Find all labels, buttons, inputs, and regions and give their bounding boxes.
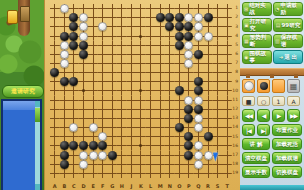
board-cell[interactable] xyxy=(136,50,146,59)
board-cell[interactable] xyxy=(222,50,232,59)
board-cell[interactable] xyxy=(222,169,232,178)
board-cell[interactable] xyxy=(194,68,204,77)
board-cell[interactable] xyxy=(50,22,60,31)
board-cell[interactable] xyxy=(69,151,79,160)
board-cell[interactable] xyxy=(136,123,146,132)
board-cell[interactable] xyxy=(175,4,185,13)
board-cell[interactable] xyxy=(194,22,204,31)
board-cell[interactable] xyxy=(117,22,127,31)
board-tool[interactable]: ▦ xyxy=(287,79,300,93)
board-cell[interactable] xyxy=(107,68,117,77)
board-cell[interactable] xyxy=(155,13,165,22)
board-cell[interactable] xyxy=(79,169,89,178)
board-cell[interactable] xyxy=(222,114,232,123)
board-cell[interactable] xyxy=(98,77,108,86)
board-cell[interactable] xyxy=(213,169,223,178)
exit-button[interactable]: ➜退 出 xyxy=(273,50,303,64)
board-cell[interactable] xyxy=(175,77,185,86)
board-cell[interactable] xyxy=(117,96,127,105)
board-cell[interactable] xyxy=(175,50,185,59)
board-cell[interactable] xyxy=(213,114,223,123)
board-cell[interactable] xyxy=(88,41,98,50)
board-cell[interactable] xyxy=(98,160,108,169)
board-cell[interactable] xyxy=(146,41,156,50)
board-cell[interactable] xyxy=(60,22,70,31)
board-cell[interactable] xyxy=(203,50,213,59)
board-cell[interactable] xyxy=(222,68,232,77)
board-cell[interactable] xyxy=(107,132,117,141)
board-cell[interactable] xyxy=(165,31,175,40)
board-cell[interactable] xyxy=(107,77,117,86)
board-cell[interactable] xyxy=(146,160,156,169)
board-cell[interactable] xyxy=(175,151,185,160)
board-cell[interactable] xyxy=(69,86,79,95)
board-cell[interactable] xyxy=(79,132,89,141)
board-cell[interactable] xyxy=(117,41,127,50)
board-cell[interactable] xyxy=(213,141,223,150)
board-cell[interactable] xyxy=(175,114,185,123)
board-cell[interactable] xyxy=(184,86,194,95)
board-cell[interactable] xyxy=(136,77,146,86)
board-cell[interactable] xyxy=(155,77,165,86)
board-cell[interactable] xyxy=(117,114,127,123)
board-cell[interactable] xyxy=(194,59,204,68)
board-cell[interactable] xyxy=(194,114,204,123)
board-cell[interactable] xyxy=(107,151,117,160)
board-cell[interactable] xyxy=(79,68,89,77)
board-cell[interactable] xyxy=(203,13,213,22)
board-cell[interactable] xyxy=(146,169,156,178)
board-cell[interactable] xyxy=(127,13,137,22)
board-cell[interactable] xyxy=(88,31,98,40)
board-cell[interactable] xyxy=(127,31,137,40)
board-cell[interactable] xyxy=(88,114,98,123)
board-cell[interactable] xyxy=(60,151,70,160)
assign-homework-button[interactable]: 布置作业 xyxy=(272,124,302,136)
board-cell[interactable] xyxy=(184,169,194,178)
load-problems-button[interactable]: 加载死活 xyxy=(272,138,302,150)
board-cell[interactable] xyxy=(213,86,223,95)
menu-button[interactable]: ◔申请鼓励 xyxy=(273,2,303,16)
board-cell[interactable] xyxy=(165,141,175,150)
board-cell[interactable] xyxy=(194,4,204,13)
board-cell[interactable] xyxy=(117,132,127,141)
place-black-stone-tool[interactable] xyxy=(257,79,270,93)
board-cell[interactable] xyxy=(117,4,127,13)
marker-button[interactable]: A xyxy=(287,96,300,106)
board-cell[interactable] xyxy=(203,141,213,150)
board-cell[interactable] xyxy=(79,114,89,123)
board-cell[interactable] xyxy=(79,13,89,22)
board-cell[interactable] xyxy=(184,22,194,31)
board-cell[interactable] xyxy=(88,77,98,86)
board-cell[interactable] xyxy=(50,4,60,13)
board-cell[interactable] xyxy=(213,68,223,77)
nav-button[interactable]: ▶ xyxy=(272,109,285,122)
board-cell[interactable] xyxy=(155,50,165,59)
board-cell[interactable] xyxy=(69,77,79,86)
board-cell[interactable] xyxy=(127,50,137,59)
board-cell[interactable] xyxy=(175,160,185,169)
board-cell[interactable] xyxy=(50,114,60,123)
board-cell[interactable] xyxy=(213,13,223,22)
board-cell[interactable] xyxy=(50,169,60,178)
board-cell[interactable] xyxy=(50,123,60,132)
board-cell[interactable] xyxy=(146,59,156,68)
board-cell[interactable] xyxy=(165,41,175,50)
board-cell[interactable] xyxy=(165,105,175,114)
board-cell[interactable] xyxy=(194,123,204,132)
board-cell[interactable] xyxy=(117,50,127,59)
board-cell[interactable] xyxy=(60,50,70,59)
board-cell[interactable] xyxy=(69,96,79,105)
board-cell[interactable] xyxy=(107,123,117,132)
board-cell[interactable] xyxy=(184,141,194,150)
board-cell[interactable] xyxy=(88,59,98,68)
board-cell[interactable] xyxy=(155,96,165,105)
board-cell[interactable] xyxy=(107,4,117,13)
board-cell[interactable] xyxy=(175,105,185,114)
board-cell[interactable] xyxy=(203,68,213,77)
board-cell[interactable] xyxy=(79,96,89,105)
board-cell[interactable] xyxy=(98,105,108,114)
board-cell[interactable] xyxy=(194,77,204,86)
board-cell[interactable] xyxy=(194,160,204,169)
board-cell[interactable] xyxy=(146,50,156,59)
board-cell[interactable] xyxy=(146,77,156,86)
board-cell[interactable] xyxy=(213,22,223,31)
board-cell[interactable] xyxy=(79,31,89,40)
board-cell[interactable] xyxy=(155,132,165,141)
board-cell[interactable] xyxy=(79,151,89,160)
board-cell[interactable] xyxy=(98,50,108,59)
board-cell[interactable] xyxy=(146,13,156,22)
board-cell[interactable] xyxy=(203,151,213,160)
board-cell[interactable] xyxy=(175,141,185,150)
board-cell[interactable] xyxy=(50,86,60,95)
board-cell[interactable] xyxy=(107,50,117,59)
invite-research-button[interactable]: 邀请研究 xyxy=(2,85,44,98)
board-cell[interactable] xyxy=(98,114,108,123)
board-cell[interactable] xyxy=(136,68,146,77)
board-cell[interactable] xyxy=(175,31,185,40)
board-cell[interactable] xyxy=(222,86,232,95)
board-cell[interactable] xyxy=(213,96,223,105)
board-cell[interactable] xyxy=(107,59,117,68)
board-cell[interactable] xyxy=(98,132,108,141)
board-cell[interactable] xyxy=(155,41,165,50)
board-cell[interactable] xyxy=(184,96,194,105)
board-cell[interactable] xyxy=(213,50,223,59)
clear-board-button[interactable]: 清空棋盘 xyxy=(242,152,270,164)
board-cell[interactable] xyxy=(107,41,117,50)
board-cell[interactable] xyxy=(175,96,185,105)
board-cell[interactable] xyxy=(222,96,232,105)
board-cell[interactable] xyxy=(165,22,175,31)
board-cell[interactable] xyxy=(60,123,70,132)
board-cell[interactable] xyxy=(203,96,213,105)
board-cell[interactable] xyxy=(175,41,185,50)
board-cell[interactable] xyxy=(88,105,98,114)
board-cell[interactable] xyxy=(165,4,175,13)
board-cell[interactable] xyxy=(98,22,108,31)
board-cell[interactable] xyxy=(69,132,79,141)
board-cell[interactable] xyxy=(127,151,137,160)
board-cell[interactable] xyxy=(127,96,137,105)
board-cell[interactable] xyxy=(69,59,79,68)
marker-button[interactable]: ■ xyxy=(242,96,255,106)
board-cell[interactable] xyxy=(222,41,232,50)
board-cell[interactable] xyxy=(222,132,232,141)
board-cell[interactable] xyxy=(79,41,89,50)
board-cell[interactable] xyxy=(136,160,146,169)
board-cell[interactable] xyxy=(194,105,204,114)
board-cell[interactable] xyxy=(69,160,79,169)
board-cell[interactable] xyxy=(136,41,146,50)
board-cell[interactable] xyxy=(88,13,98,22)
board-cell[interactable] xyxy=(136,59,146,68)
board-cell[interactable] xyxy=(194,13,204,22)
board-cell[interactable] xyxy=(117,31,127,40)
board-cell[interactable] xyxy=(79,105,89,114)
board-cell[interactable] xyxy=(155,4,165,13)
board-cell[interactable] xyxy=(146,132,156,141)
nav-button[interactable]: |◀ xyxy=(242,124,255,136)
board-cell[interactable] xyxy=(146,114,156,123)
board-cell[interactable] xyxy=(136,86,146,95)
board-cell[interactable] xyxy=(98,86,108,95)
board-cell[interactable] xyxy=(88,68,98,77)
board-cell[interactable] xyxy=(203,160,213,169)
board-cell[interactable] xyxy=(127,59,137,68)
board-cell[interactable] xyxy=(60,31,70,40)
board-cell[interactable] xyxy=(127,114,137,123)
board-cell[interactable] xyxy=(203,31,213,40)
chat-scrollbar[interactable] xyxy=(35,101,40,190)
board-cell[interactable] xyxy=(79,22,89,31)
board-cell[interactable] xyxy=(184,123,194,132)
board-cell[interactable] xyxy=(107,86,117,95)
board-cell[interactable] xyxy=(222,151,232,160)
board-cell[interactable] xyxy=(203,169,213,178)
board-cell[interactable] xyxy=(165,160,175,169)
board-cell[interactable] xyxy=(175,22,185,31)
board-cell[interactable] xyxy=(175,13,185,22)
board-cell[interactable] xyxy=(117,13,127,22)
board-cell[interactable] xyxy=(146,141,156,150)
board-cell[interactable] xyxy=(60,41,70,50)
board-cell[interactable] xyxy=(175,132,185,141)
board-cell[interactable] xyxy=(165,50,175,59)
board-cell[interactable] xyxy=(88,123,98,132)
board-cell[interactable] xyxy=(127,77,137,86)
board-cell[interactable] xyxy=(175,123,185,132)
board-cell[interactable] xyxy=(136,13,146,22)
board-cell[interactable] xyxy=(155,141,165,150)
board-cell[interactable] xyxy=(127,4,137,13)
board-cell[interactable] xyxy=(60,96,70,105)
board-cell[interactable] xyxy=(98,13,108,22)
board-cell[interactable] xyxy=(69,50,79,59)
board-cell[interactable] xyxy=(79,123,89,132)
board-cell[interactable] xyxy=(136,105,146,114)
board-cell[interactable] xyxy=(136,114,146,123)
board-cell[interactable] xyxy=(79,77,89,86)
board-cell[interactable] xyxy=(50,141,60,150)
board-cell[interactable] xyxy=(98,169,108,178)
board-cell[interactable] xyxy=(136,4,146,13)
board-cell[interactable] xyxy=(117,86,127,95)
board-cell[interactable] xyxy=(127,86,137,95)
menu-button[interactable]: ▤99研究 xyxy=(273,18,303,32)
menu-button[interactable]: ▣打开研究 xyxy=(242,18,272,32)
board-cell[interactable] xyxy=(213,105,223,114)
board-cell[interactable] xyxy=(98,4,108,13)
board-cell[interactable] xyxy=(184,59,194,68)
board-cell[interactable] xyxy=(165,169,175,178)
board-cell[interactable] xyxy=(88,151,98,160)
board-cell[interactable] xyxy=(60,68,70,77)
board-cell[interactable] xyxy=(175,86,185,95)
board-cell[interactable] xyxy=(155,169,165,178)
board-cell[interactable] xyxy=(79,50,89,59)
board-cell[interactable] xyxy=(155,114,165,123)
board-cell[interactable] xyxy=(60,59,70,68)
board-cell[interactable] xyxy=(203,41,213,50)
board-cell[interactable] xyxy=(117,123,127,132)
board-cell[interactable] xyxy=(184,50,194,59)
board-cell[interactable] xyxy=(107,31,117,40)
menu-button[interactable]: ◉围棋故事 xyxy=(242,50,272,64)
board-cell[interactable] xyxy=(60,160,70,169)
board-cell[interactable] xyxy=(222,105,232,114)
menu-button[interactable]: ▦形势判断 xyxy=(242,34,272,48)
board-cell[interactable] xyxy=(98,68,108,77)
board-cell[interactable] xyxy=(222,123,232,132)
board-cell[interactable] xyxy=(98,151,108,160)
board-cell[interactable] xyxy=(117,151,127,160)
board-cell[interactable] xyxy=(194,141,204,150)
board-cell[interactable] xyxy=(127,169,137,178)
board-cell[interactable] xyxy=(50,105,60,114)
board-cell[interactable] xyxy=(60,86,70,95)
board-cell[interactable] xyxy=(127,68,137,77)
board-cell[interactable] xyxy=(146,4,156,13)
board-cell[interactable] xyxy=(117,105,127,114)
board-cell[interactable] xyxy=(146,22,156,31)
board-cell[interactable] xyxy=(155,86,165,95)
board-cell[interactable] xyxy=(98,96,108,105)
board-cell[interactable] xyxy=(184,31,194,40)
board-cell[interactable] xyxy=(184,13,194,22)
board-cell[interactable] xyxy=(146,96,156,105)
board-cell[interactable] xyxy=(107,114,117,123)
board-cell[interactable] xyxy=(136,132,146,141)
board-cell[interactable] xyxy=(98,41,108,50)
board-cell[interactable] xyxy=(69,13,79,22)
board-cell[interactable] xyxy=(146,86,156,95)
board-cell[interactable] xyxy=(98,123,108,132)
board-cell[interactable] xyxy=(213,132,223,141)
board-cell[interactable] xyxy=(184,77,194,86)
board-cell[interactable] xyxy=(88,50,98,59)
board-cell[interactable] xyxy=(88,4,98,13)
board-cell[interactable] xyxy=(165,13,175,22)
board-cell[interactable] xyxy=(222,13,232,22)
lecture-button[interactable]: 讲 解 xyxy=(242,138,270,150)
board-cell[interactable] xyxy=(213,4,223,13)
board-cell[interactable] xyxy=(222,4,232,13)
marker-button[interactable]: ○ xyxy=(257,96,270,106)
board-cell[interactable] xyxy=(60,77,70,86)
board-cell[interactable] xyxy=(69,105,79,114)
switch-board-button[interactable]: 切换棋盘 xyxy=(272,166,302,178)
board-cell[interactable] xyxy=(88,86,98,95)
board-cell[interactable] xyxy=(98,141,108,150)
board-cell[interactable] xyxy=(155,68,165,77)
board-cell[interactable] xyxy=(107,96,117,105)
board-cell[interactable] xyxy=(60,4,70,13)
board-cell[interactable] xyxy=(117,77,127,86)
board-cell[interactable] xyxy=(50,96,60,105)
board-cell[interactable] xyxy=(127,105,137,114)
board-cell[interactable] xyxy=(194,169,204,178)
board-cell[interactable] xyxy=(88,141,98,150)
load-record-button[interactable]: 加载棋谱 xyxy=(272,152,302,164)
board-cell[interactable] xyxy=(127,41,137,50)
board-cell[interactable] xyxy=(203,132,213,141)
board-cell[interactable] xyxy=(222,77,232,86)
board-cell[interactable] xyxy=(194,41,204,50)
board-cell[interactable] xyxy=(79,59,89,68)
board-cell[interactable] xyxy=(184,4,194,13)
board-cell[interactable] xyxy=(155,59,165,68)
board-cell[interactable] xyxy=(117,169,127,178)
board-cell[interactable] xyxy=(117,59,127,68)
board-cell[interactable] xyxy=(136,22,146,31)
board-cell[interactable] xyxy=(194,151,204,160)
board-cell[interactable] xyxy=(213,59,223,68)
board-cell[interactable] xyxy=(50,41,60,50)
board-cell[interactable] xyxy=(88,160,98,169)
board-cell[interactable] xyxy=(127,141,137,150)
board-cell[interactable] xyxy=(222,31,232,40)
erase-tool[interactable] xyxy=(272,79,285,93)
board-cell[interactable] xyxy=(60,132,70,141)
board-cell[interactable] xyxy=(107,141,117,150)
board-cell[interactable] xyxy=(79,86,89,95)
board-cell[interactable] xyxy=(88,169,98,178)
board-cell[interactable] xyxy=(155,105,165,114)
board-cell[interactable] xyxy=(146,105,156,114)
board-cell[interactable] xyxy=(184,151,194,160)
board-cell[interactable] xyxy=(60,105,70,114)
board-cell[interactable] xyxy=(88,22,98,31)
board-cell[interactable] xyxy=(165,68,175,77)
scrollbar-thumb[interactable] xyxy=(35,108,40,122)
nav-button[interactable]: ◀◀ xyxy=(242,109,255,122)
board-cell[interactable] xyxy=(165,123,175,132)
board-cell[interactable] xyxy=(117,68,127,77)
board-cell[interactable] xyxy=(88,132,98,141)
board-cell[interactable] xyxy=(69,31,79,40)
board-cell[interactable] xyxy=(88,96,98,105)
board-cell[interactable] xyxy=(136,96,146,105)
board-cell[interactable] xyxy=(155,22,165,31)
board-cell[interactable] xyxy=(184,114,194,123)
board-cell[interactable] xyxy=(69,41,79,50)
board-cell[interactable] xyxy=(194,86,204,95)
